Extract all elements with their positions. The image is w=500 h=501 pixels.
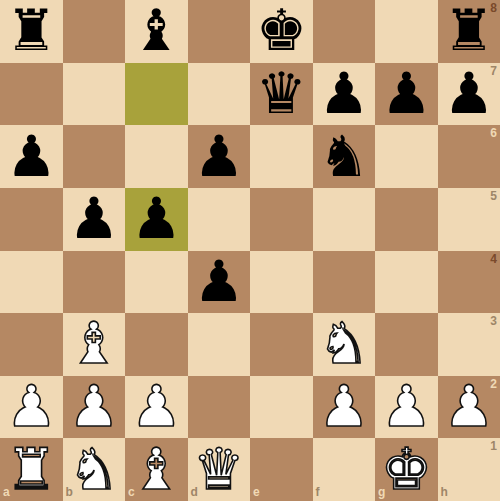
square-g6[interactable] [375,125,438,188]
coord-file-b: b [66,486,73,498]
square-b5[interactable]: ♟ [63,188,126,251]
coord-file-f: f [316,486,320,498]
square-d2[interactable] [188,376,251,439]
piece-black-rook[interactable]: ♜ [6,0,57,61]
piece-black-knight[interactable]: ♞ [318,125,369,186]
piece-black-pawn[interactable]: ♟ [6,125,57,186]
coord-file-d: d [191,486,198,498]
square-b2[interactable]: ♟ [63,376,126,439]
piece-white-rook[interactable]: ♜ [6,438,57,499]
piece-black-bishop[interactable]: ♝ [131,0,182,61]
square-g2[interactable]: ♟ [375,376,438,439]
square-a5[interactable] [0,188,63,251]
square-f7[interactable]: ♟ [313,63,376,126]
square-e8[interactable]: ♚ [250,0,313,63]
square-a2[interactable]: ♟ [0,376,63,439]
piece-white-knight[interactable]: ♞ [68,438,119,499]
piece-black-pawn[interactable]: ♟ [443,63,494,124]
square-c5[interactable]: ♟ [125,188,188,251]
piece-black-king[interactable]: ♚ [256,0,307,61]
square-d7[interactable] [188,63,251,126]
square-f1[interactable] [313,438,376,501]
coord-rank-4: 4 [490,253,497,265]
piece-black-pawn[interactable]: ♟ [193,125,244,186]
piece-white-queen[interactable]: ♛ [193,438,244,499]
square-g7[interactable]: ♟ [375,63,438,126]
square-a6[interactable]: ♟ [0,125,63,188]
square-c4[interactable] [125,251,188,314]
piece-white-pawn[interactable]: ♟ [131,376,182,437]
piece-white-bishop[interactable]: ♝ [131,438,182,499]
coord-rank-6: 6 [490,127,497,139]
coord-rank-2: 2 [490,378,497,390]
square-c8[interactable]: ♝ [125,0,188,63]
coord-rank-8: 8 [490,2,497,14]
piece-white-knight[interactable]: ♞ [318,313,369,374]
piece-white-pawn[interactable]: ♟ [318,376,369,437]
square-f8[interactable] [313,0,376,63]
coord-rank-7: 7 [490,65,497,77]
square-g4[interactable] [375,251,438,314]
piece-black-pawn[interactable]: ♟ [318,63,369,124]
square-e6[interactable] [250,125,313,188]
coord-file-c: c [128,486,135,498]
piece-black-rook[interactable]: ♜ [443,0,494,61]
square-f2[interactable]: ♟ [313,376,376,439]
square-c3[interactable] [125,313,188,376]
square-g5[interactable] [375,188,438,251]
square-f3[interactable]: ♞ [313,313,376,376]
piece-white-pawn[interactable]: ♟ [6,376,57,437]
square-e4[interactable] [250,251,313,314]
coord-file-e: e [253,486,260,498]
chess-board: ♜♝♚♜♛♟♟♟♟♟♞♟♟♟♝♞♟♟♟♟♟♟♜♞♝♛♚87654321abcde… [0,0,500,501]
square-f4[interactable] [313,251,376,314]
square-b4[interactable] [63,251,126,314]
piece-white-pawn[interactable]: ♟ [443,376,494,437]
piece-black-pawn[interactable]: ♟ [381,63,432,124]
coord-file-a: a [3,486,10,498]
square-d5[interactable] [188,188,251,251]
piece-white-pawn[interactable]: ♟ [381,376,432,437]
square-b8[interactable] [63,0,126,63]
square-a3[interactable] [0,313,63,376]
square-d4[interactable]: ♟ [188,251,251,314]
piece-white-king[interactable]: ♚ [381,438,432,499]
square-b3[interactable]: ♝ [63,313,126,376]
square-a7[interactable] [0,63,63,126]
square-d8[interactable] [188,0,251,63]
square-c2[interactable]: ♟ [125,376,188,439]
coord-file-g: g [378,486,385,498]
piece-white-pawn[interactable]: ♟ [68,376,119,437]
coord-rank-1: 1 [490,440,497,452]
square-g8[interactable] [375,0,438,63]
square-e2[interactable] [250,376,313,439]
square-e5[interactable] [250,188,313,251]
piece-white-bishop[interactable]: ♝ [68,313,119,374]
square-a8[interactable]: ♜ [0,0,63,63]
square-a4[interactable] [0,251,63,314]
piece-black-pawn[interactable]: ♟ [68,188,119,249]
coord-rank-5: 5 [490,190,497,202]
square-e7[interactable]: ♛ [250,63,313,126]
square-b6[interactable] [63,125,126,188]
square-b7[interactable] [63,63,126,126]
piece-black-pawn[interactable]: ♟ [131,188,182,249]
coord-rank-3: 3 [490,315,497,327]
square-f5[interactable] [313,188,376,251]
square-d6[interactable]: ♟ [188,125,251,188]
piece-black-pawn[interactable]: ♟ [193,251,244,312]
square-e3[interactable] [250,313,313,376]
square-c6[interactable] [125,125,188,188]
coord-file-h: h [441,486,448,498]
square-c7[interactable] [125,63,188,126]
square-d3[interactable] [188,313,251,376]
piece-black-queen[interactable]: ♛ [256,63,307,124]
square-g3[interactable] [375,313,438,376]
square-f6[interactable]: ♞ [313,125,376,188]
